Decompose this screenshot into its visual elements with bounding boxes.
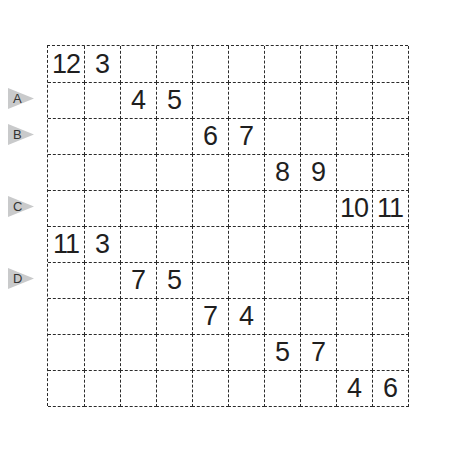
grid-cell[interactable] xyxy=(372,298,409,335)
row-marker-label: D xyxy=(13,268,27,289)
grid-cell[interactable] xyxy=(264,82,301,119)
grid-cell[interactable] xyxy=(192,154,229,191)
grid-cell[interactable]: 11 xyxy=(372,190,409,227)
grid-cell[interactable] xyxy=(228,226,265,263)
grid-cell[interactable] xyxy=(84,190,121,227)
grid-cell[interactable] xyxy=(264,226,301,263)
grid-cell[interactable]: 5 xyxy=(156,82,193,119)
grid-cell[interactable] xyxy=(156,226,193,263)
grid-cell[interactable]: 4 xyxy=(228,298,265,335)
grid-cell[interactable] xyxy=(48,262,85,299)
grid-cell[interactable]: 11 xyxy=(48,226,85,263)
grid-cell[interactable] xyxy=(120,46,157,83)
grid-cell[interactable]: 7 xyxy=(120,262,157,299)
grid-cell[interactable] xyxy=(156,370,193,407)
answer-row-marker-b: B xyxy=(8,124,34,145)
grid-cell[interactable] xyxy=(48,82,85,119)
grid-cell[interactable]: 6 xyxy=(192,118,229,155)
grid-cell[interactable] xyxy=(192,82,229,119)
grid-cell[interactable] xyxy=(228,190,265,227)
grid-cell[interactable] xyxy=(48,154,85,191)
grid-cell[interactable] xyxy=(84,82,121,119)
grid-cell[interactable] xyxy=(264,262,301,299)
grid-cell[interactable] xyxy=(84,298,121,335)
grid-cell[interactable] xyxy=(228,82,265,119)
grid-cell[interactable] xyxy=(336,226,373,263)
clue-number: 5 xyxy=(275,339,289,366)
clue-number: 11 xyxy=(377,195,403,222)
grid-cell[interactable]: 4 xyxy=(120,82,157,119)
grid-cell[interactable] xyxy=(228,334,265,371)
grid-cell[interactable] xyxy=(120,190,157,227)
grid-cell[interactable] xyxy=(228,46,265,83)
grid-cell[interactable] xyxy=(192,226,229,263)
clue-number: 6 xyxy=(203,123,217,150)
grid-cell[interactable] xyxy=(120,118,157,155)
grid-cell[interactable]: 5 xyxy=(264,334,301,371)
grid-cell[interactable] xyxy=(192,190,229,227)
clue-number: 4 xyxy=(239,303,253,330)
grid-cell[interactable]: 3 xyxy=(84,226,121,263)
grid-cell[interactable] xyxy=(48,370,85,407)
grid-cell[interactable] xyxy=(48,190,85,227)
grid-cell[interactable] xyxy=(300,262,337,299)
row-marker-label: B xyxy=(13,124,27,145)
puzzle-board: 123456789101111375745746 xyxy=(47,45,408,406)
clue-number: 11 xyxy=(53,231,79,258)
grid-cell[interactable]: 10 xyxy=(336,190,373,227)
grid-cell[interactable] xyxy=(120,154,157,191)
grid-cell[interactable] xyxy=(300,298,337,335)
grid-cell[interactable] xyxy=(84,334,121,371)
grid-cell[interactable] xyxy=(264,118,301,155)
grid-cell[interactable]: 5 xyxy=(156,262,193,299)
grid-cell[interactable] xyxy=(48,334,85,371)
grid-cell[interactable] xyxy=(336,46,373,83)
grid-cell[interactable] xyxy=(120,298,157,335)
grid-cell[interactable] xyxy=(372,118,409,155)
clue-number: 7 xyxy=(311,339,325,366)
grid-cell[interactable] xyxy=(84,154,121,191)
clue-number: 4 xyxy=(131,87,145,114)
clue-number: 10 xyxy=(340,195,368,222)
grid-cell[interactable] xyxy=(156,190,193,227)
grid-cell[interactable] xyxy=(372,262,409,299)
grid-cell[interactable]: 3 xyxy=(84,46,121,83)
grid-cell[interactable] xyxy=(192,46,229,83)
grid-cell[interactable] xyxy=(300,46,337,83)
answer-row-marker-a: A xyxy=(8,88,34,109)
grid-cell[interactable] xyxy=(120,370,157,407)
grid-cell[interactable] xyxy=(228,154,265,191)
grid-cell[interactable] xyxy=(300,226,337,263)
puzzle-page: { "game": "fillomino", "description": "1… xyxy=(0,0,453,451)
grid-cell[interactable] xyxy=(48,118,85,155)
grid-cell[interactable]: 4 xyxy=(336,370,373,407)
clue-number: 3 xyxy=(95,231,109,258)
clue-number: 5 xyxy=(167,87,181,114)
grid-cell[interactable] xyxy=(228,370,265,407)
clue-number: 7 xyxy=(131,267,145,294)
clue-number: 4 xyxy=(347,375,361,402)
grid-cell[interactable] xyxy=(336,298,373,335)
clue-number: 3 xyxy=(95,51,109,78)
grid-cell[interactable] xyxy=(156,46,193,83)
grid-cell[interactable] xyxy=(336,82,373,119)
grid-cell[interactable] xyxy=(84,370,121,407)
answer-row-marker-d: D xyxy=(8,268,34,289)
answer-row-marker-c: C xyxy=(8,196,34,217)
grid-cell[interactable] xyxy=(264,370,301,407)
grid-cell[interactable] xyxy=(300,190,337,227)
row-marker-label: C xyxy=(13,196,27,217)
grid-cell[interactable] xyxy=(372,334,409,371)
clue-number: 6 xyxy=(383,375,397,402)
row-marker-label: A xyxy=(13,88,27,109)
grid-cell[interactable]: 7 xyxy=(228,118,265,155)
clue-number: 7 xyxy=(239,123,253,150)
grid-cell[interactable] xyxy=(192,370,229,407)
grid-cell[interactable]: 7 xyxy=(300,334,337,371)
grid-cell[interactable]: 9 xyxy=(300,154,337,191)
grid-cell[interactable] xyxy=(156,298,193,335)
grid-cell[interactable] xyxy=(84,118,121,155)
clue-number: 12 xyxy=(52,51,80,78)
grid-cell[interactable] xyxy=(336,154,373,191)
grid-cell[interactable]: 6 xyxy=(372,370,409,407)
grid-cell[interactable] xyxy=(264,46,301,83)
grid-cell[interactable] xyxy=(336,334,373,371)
clue-number: 8 xyxy=(275,159,289,186)
grid-cell[interactable] xyxy=(84,262,121,299)
grid-cell[interactable] xyxy=(372,154,409,191)
clue-number: 7 xyxy=(203,303,217,330)
grid-cell[interactable] xyxy=(156,334,193,371)
grid-cell[interactable] xyxy=(372,46,409,83)
grid-cell[interactable] xyxy=(300,370,337,407)
grid-cell[interactable] xyxy=(120,226,157,263)
grid-cell[interactable]: 7 xyxy=(192,298,229,335)
clue-number: 5 xyxy=(167,267,181,294)
grid-cell[interactable] xyxy=(120,334,157,371)
grid-cell[interactable] xyxy=(156,118,193,155)
grid-cell[interactable] xyxy=(264,190,301,227)
grid-cell[interactable] xyxy=(372,82,409,119)
grid-cell[interactable] xyxy=(300,118,337,155)
grid-cell[interactable]: 8 xyxy=(264,154,301,191)
grid-cell[interactable] xyxy=(192,262,229,299)
grid-cell[interactable] xyxy=(372,226,409,263)
grid-cell[interactable] xyxy=(228,262,265,299)
grid-cell[interactable] xyxy=(300,82,337,119)
clue-number: 9 xyxy=(311,159,325,186)
grid-cell[interactable] xyxy=(192,334,229,371)
grid-cell[interactable]: 12 xyxy=(48,46,85,83)
grid-cell[interactable] xyxy=(336,118,373,155)
grid-cell[interactable] xyxy=(156,154,193,191)
grid-cell[interactable] xyxy=(48,298,85,335)
grid-cell[interactable] xyxy=(336,262,373,299)
grid-cell[interactable] xyxy=(264,298,301,335)
